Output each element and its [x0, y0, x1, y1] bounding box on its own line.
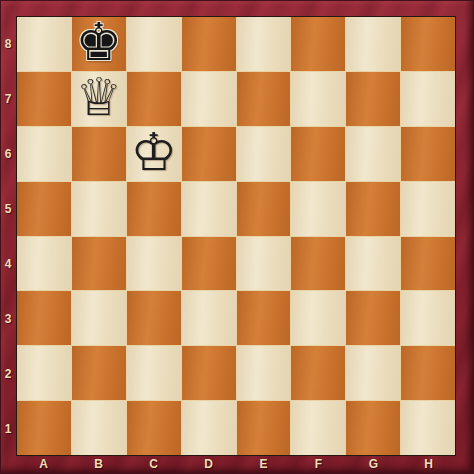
square-f7[interactable] [291, 72, 345, 126]
square-g8[interactable] [346, 17, 400, 71]
square-g3[interactable] [346, 291, 400, 345]
square-d1[interactable] [182, 401, 236, 455]
square-e1[interactable] [237, 401, 291, 455]
rank-label-4: 4 [0, 236, 16, 291]
square-b7[interactable]: ♕ [72, 72, 126, 126]
square-a6[interactable] [17, 127, 71, 181]
square-a8[interactable] [17, 17, 71, 71]
square-f6[interactable] [291, 127, 345, 181]
square-g7[interactable] [346, 72, 400, 126]
square-c8[interactable] [127, 17, 181, 71]
piece-white-king[interactable]: ♔ [130, 126, 177, 179]
square-e2[interactable] [237, 346, 291, 400]
square-d3[interactable] [182, 291, 236, 345]
square-g5[interactable] [346, 182, 400, 236]
square-a4[interactable] [17, 237, 71, 291]
square-b3[interactable] [72, 291, 126, 345]
file-label-b: B [71, 456, 126, 474]
square-c5[interactable] [127, 182, 181, 236]
square-b8[interactable]: ♚ [72, 17, 126, 71]
file-label-d: D [181, 456, 236, 474]
square-b5[interactable] [72, 182, 126, 236]
square-a2[interactable] [17, 346, 71, 400]
rank-labels: 8 7 6 5 4 3 2 1 [0, 16, 16, 456]
file-label-a: A [16, 456, 71, 474]
square-d6[interactable] [182, 127, 236, 181]
rank-label-8: 8 [0, 16, 16, 71]
square-e7[interactable] [237, 72, 291, 126]
square-d8[interactable] [182, 17, 236, 71]
rank-label-2: 2 [0, 346, 16, 401]
square-c6[interactable]: ♔ [127, 127, 181, 181]
square-h3[interactable] [401, 291, 455, 345]
square-e3[interactable] [237, 291, 291, 345]
rank-label-1: 1 [0, 401, 16, 456]
square-d4[interactable] [182, 237, 236, 291]
file-label-e: E [236, 456, 291, 474]
piece-white-queen[interactable]: ♕ [76, 71, 123, 124]
square-c4[interactable] [127, 237, 181, 291]
file-label-g: G [346, 456, 401, 474]
square-b6[interactable] [72, 127, 126, 181]
rank-label-6: 6 [0, 126, 16, 181]
square-e8[interactable] [237, 17, 291, 71]
square-f1[interactable] [291, 401, 345, 455]
square-h8[interactable] [401, 17, 455, 71]
piece-black-king[interactable]: ♚ [76, 16, 123, 69]
square-g2[interactable] [346, 346, 400, 400]
square-h6[interactable] [401, 127, 455, 181]
square-g6[interactable] [346, 127, 400, 181]
square-h2[interactable] [401, 346, 455, 400]
square-a3[interactable] [17, 291, 71, 345]
square-e5[interactable] [237, 182, 291, 236]
square-g4[interactable] [346, 237, 400, 291]
square-f2[interactable] [291, 346, 345, 400]
file-labels: A B C D E F G H [16, 456, 456, 474]
square-f3[interactable] [291, 291, 345, 345]
rank-label-3: 3 [0, 291, 16, 346]
square-d5[interactable] [182, 182, 236, 236]
rank-label-7: 7 [0, 71, 16, 126]
square-c2[interactable] [127, 346, 181, 400]
square-g1[interactable] [346, 401, 400, 455]
square-f8[interactable] [291, 17, 345, 71]
file-label-f: F [291, 456, 346, 474]
square-d7[interactable] [182, 72, 236, 126]
square-b2[interactable] [72, 346, 126, 400]
file-label-h: H [401, 456, 456, 474]
square-e4[interactable] [237, 237, 291, 291]
square-h1[interactable] [401, 401, 455, 455]
board-frame: 8 7 6 5 4 3 2 1 ♚♕♔ A B C D E F G H [0, 0, 474, 474]
square-e6[interactable] [237, 127, 291, 181]
file-label-c: C [126, 456, 181, 474]
square-a1[interactable] [17, 401, 71, 455]
square-h5[interactable] [401, 182, 455, 236]
square-c1[interactable] [127, 401, 181, 455]
square-c7[interactable] [127, 72, 181, 126]
square-f4[interactable] [291, 237, 345, 291]
square-f5[interactable] [291, 182, 345, 236]
square-a5[interactable] [17, 182, 71, 236]
square-b1[interactable] [72, 401, 126, 455]
rank-label-5: 5 [0, 181, 16, 236]
square-d2[interactable] [182, 346, 236, 400]
chess-board: ♚♕♔ [16, 16, 456, 456]
square-h4[interactable] [401, 237, 455, 291]
square-h7[interactable] [401, 72, 455, 126]
square-b4[interactable] [72, 237, 126, 291]
square-a7[interactable] [17, 72, 71, 126]
square-c3[interactable] [127, 291, 181, 345]
